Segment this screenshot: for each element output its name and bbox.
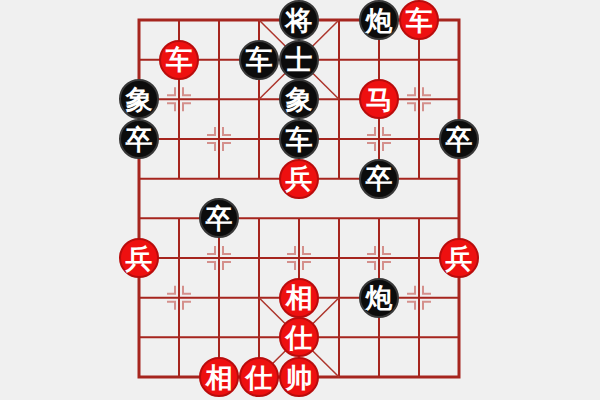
piece-red-elephant[interactable]: 相 [199, 357, 239, 397]
piece-black-chariot[interactable]: 车 [279, 119, 319, 159]
piece-black-general[interactable]: 将 [279, 0, 319, 40]
piece-red-advisor[interactable]: 仕 [239, 357, 279, 397]
piece-black-soldier[interactable]: 卒 [199, 198, 239, 238]
piece-red-chariot[interactable]: 车 [399, 0, 439, 40]
piece-red-advisor[interactable]: 仕 [279, 317, 319, 357]
piece-red-soldier[interactable]: 兵 [439, 238, 479, 278]
piece-black-elephant[interactable]: 象 [279, 79, 319, 119]
piece-black-advisor[interactable]: 士 [279, 40, 319, 80]
piece-black-soldier[interactable]: 卒 [439, 119, 479, 159]
piece-red-chariot[interactable]: 车 [159, 40, 199, 80]
piece-red-elephant[interactable]: 相 [279, 278, 319, 318]
piece-black-elephant[interactable]: 象 [119, 79, 159, 119]
piece-red-horse[interactable]: 马 [359, 79, 399, 119]
pieces-layer: 将炮车车车士象象马卒车卒兵卒卒兵兵相炮仕相仕帅 [0, 0, 600, 400]
piece-black-chariot[interactable]: 车 [239, 40, 279, 80]
piece-red-soldier[interactable]: 兵 [279, 159, 319, 199]
piece-black-soldier[interactable]: 卒 [119, 119, 159, 159]
piece-black-soldier[interactable]: 卒 [359, 159, 399, 199]
xiangqi-app: 将炮车车车士象象马卒车卒兵卒卒兵兵相炮仕相仕帅 [0, 0, 600, 400]
piece-black-cannon[interactable]: 炮 [359, 0, 399, 40]
piece-red-soldier[interactable]: 兵 [119, 238, 159, 278]
piece-black-cannon[interactable]: 炮 [359, 278, 399, 318]
piece-red-general[interactable]: 帅 [279, 357, 319, 397]
